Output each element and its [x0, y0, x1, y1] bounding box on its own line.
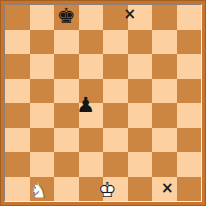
chess-board-frame: ♚×♟♞♘♚♔× [0, 0, 206, 206]
board-square[interactable] [79, 54, 104, 79]
board-square[interactable] [177, 54, 202, 79]
board-square[interactable] [128, 103, 153, 128]
board-square[interactable] [79, 30, 104, 55]
board-square[interactable] [128, 152, 153, 177]
board-square[interactable] [128, 30, 153, 55]
board-square[interactable] [30, 79, 55, 104]
board-square[interactable] [30, 103, 55, 128]
board-square[interactable] [152, 30, 177, 55]
board-square[interactable] [152, 54, 177, 79]
board-square[interactable] [128, 79, 153, 104]
board-square[interactable] [5, 54, 30, 79]
board-square[interactable] [54, 152, 79, 177]
board-square[interactable] [5, 5, 30, 30]
board-square[interactable] [5, 103, 30, 128]
board-square[interactable] [79, 177, 104, 202]
chess-board-grid: ♚×♟♞♘♚♔× [5, 5, 201, 201]
board-square[interactable] [103, 103, 128, 128]
board-square[interactable]: ♚ [54, 5, 79, 30]
board-square[interactable] [54, 177, 79, 202]
board-square[interactable] [54, 30, 79, 55]
board-square[interactable] [152, 103, 177, 128]
board-square[interactable]: ♚♔ [103, 177, 128, 202]
board-square[interactable]: × [152, 177, 177, 202]
board-square[interactable] [128, 128, 153, 153]
board-square[interactable] [177, 177, 202, 202]
board-square[interactable] [30, 5, 55, 30]
board-square[interactable] [103, 79, 128, 104]
board-square[interactable] [103, 5, 128, 30]
board-square[interactable] [54, 128, 79, 153]
chess-board: ♚×♟♞♘♚♔× [4, 4, 202, 202]
board-square[interactable]: × [128, 5, 153, 30]
board-square[interactable] [79, 79, 104, 104]
board-square[interactable] [177, 152, 202, 177]
board-square[interactable] [103, 152, 128, 177]
board-square[interactable] [79, 5, 104, 30]
board-square[interactable] [5, 128, 30, 153]
board-square[interactable] [5, 30, 30, 55]
board-square[interactable] [128, 177, 153, 202]
board-square[interactable] [128, 54, 153, 79]
board-square[interactable] [30, 30, 55, 55]
board-square[interactable] [30, 128, 55, 153]
board-square[interactable] [103, 128, 128, 153]
board-square[interactable] [152, 128, 177, 153]
board-square[interactable] [5, 152, 30, 177]
board-square[interactable] [54, 79, 79, 104]
board-square[interactable] [103, 30, 128, 55]
white-knight: ♞♘ [27, 179, 52, 204]
board-square[interactable] [5, 79, 30, 104]
board-square[interactable] [152, 152, 177, 177]
board-square[interactable] [5, 177, 30, 202]
board-square[interactable] [177, 103, 202, 128]
board-square[interactable] [152, 5, 177, 30]
board-square[interactable] [177, 128, 202, 153]
board-square[interactable] [103, 54, 128, 79]
board-square[interactable] [54, 54, 79, 79]
black-king: ♚ [54, 4, 79, 29]
board-square[interactable] [177, 30, 202, 55]
board-square[interactable]: ♟ [79, 103, 104, 128]
board-square[interactable] [54, 103, 79, 128]
board-square[interactable] [30, 152, 55, 177]
board-square[interactable] [152, 79, 177, 104]
chess-diagram: ♚×♟♞♘♚♔× [0, 0, 206, 206]
board-square[interactable] [177, 5, 202, 30]
board-square[interactable]: ♞♘ [30, 177, 55, 202]
board-square[interactable] [30, 54, 55, 79]
board-square[interactable] [177, 79, 202, 104]
board-square[interactable] [79, 152, 104, 177]
board-square[interactable] [79, 128, 104, 153]
